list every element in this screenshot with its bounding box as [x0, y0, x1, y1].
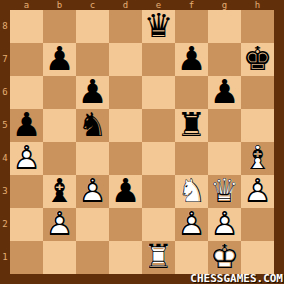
square-f3[interactable]: ♞♘	[175, 175, 208, 208]
black-king: ♚	[241, 43, 274, 76]
white-queen: ♛♕	[208, 175, 241, 208]
square-c6[interactable]: ♟	[76, 76, 109, 109]
square-d4[interactable]	[109, 142, 142, 175]
square-e1[interactable]: ♜♖	[142, 241, 175, 274]
chessboard-frame: a b c d e f g h 8 7 6 5 4 3 2 1 ♛♟♟♚♟♟♟♞…	[0, 0, 284, 284]
square-d2[interactable]	[109, 208, 142, 241]
square-c5[interactable]: ♞	[76, 109, 109, 142]
black-pawn: ♟	[10, 109, 43, 142]
square-g1[interactable]: ♚♔	[208, 241, 241, 274]
black-pawn: ♟	[43, 43, 76, 76]
white-pawn: ♟♙	[10, 142, 43, 175]
square-h6[interactable]	[241, 76, 274, 109]
square-g2[interactable]: ♟♙	[208, 208, 241, 241]
chess-board: ♛♟♟♚♟♟♟♞♜♟♙♝♗♝♟♙♟♞♘♛♕♟♙♟♙♟♙♟♙♜♖♚♔	[10, 10, 274, 274]
square-a6[interactable]	[10, 76, 43, 109]
square-f6[interactable]	[175, 76, 208, 109]
square-c7[interactable]	[76, 43, 109, 76]
square-h7[interactable]: ♚	[241, 43, 274, 76]
square-h1[interactable]	[241, 241, 274, 274]
square-a5[interactable]: ♟	[10, 109, 43, 142]
square-h3[interactable]: ♟♙	[241, 175, 274, 208]
square-h4[interactable]: ♝♗	[241, 142, 274, 175]
square-d6[interactable]	[109, 76, 142, 109]
black-pawn: ♟	[208, 76, 241, 109]
square-c1[interactable]	[76, 241, 109, 274]
square-g3[interactable]: ♛♕	[208, 175, 241, 208]
black-rook: ♜	[175, 109, 208, 142]
rank-label-1: 1	[0, 241, 10, 274]
square-c2[interactable]	[76, 208, 109, 241]
square-a1[interactable]	[10, 241, 43, 274]
square-e7[interactable]	[142, 43, 175, 76]
square-b5[interactable]	[43, 109, 76, 142]
square-b8[interactable]	[43, 10, 76, 43]
white-bishop: ♝♗	[241, 142, 274, 175]
white-knight: ♞♘	[175, 175, 208, 208]
square-b7[interactable]: ♟	[43, 43, 76, 76]
square-b6[interactable]	[43, 76, 76, 109]
square-d5[interactable]	[109, 109, 142, 142]
square-g6[interactable]: ♟	[208, 76, 241, 109]
rank-label-7: 7	[0, 43, 10, 76]
square-d7[interactable]	[109, 43, 142, 76]
square-f7[interactable]: ♟	[175, 43, 208, 76]
square-f4[interactable]	[175, 142, 208, 175]
square-c4[interactable]	[76, 142, 109, 175]
square-h5[interactable]	[241, 109, 274, 142]
rank-label-5: 5	[0, 109, 10, 142]
square-e8[interactable]: ♛	[142, 10, 175, 43]
rank-label-6: 6	[0, 76, 10, 109]
square-f2[interactable]: ♟♙	[175, 208, 208, 241]
square-h2[interactable]	[241, 208, 274, 241]
rank-labels: 8 7 6 5 4 3 2 1	[0, 10, 10, 274]
black-pawn: ♟	[76, 76, 109, 109]
square-e4[interactable]	[142, 142, 175, 175]
white-pawn: ♟♙	[76, 175, 109, 208]
rank-label-3: 3	[0, 175, 10, 208]
white-king: ♚♔	[208, 241, 241, 274]
square-f5[interactable]: ♜	[175, 109, 208, 142]
square-b4[interactable]	[43, 142, 76, 175]
white-pawn: ♟♙	[208, 208, 241, 241]
square-a3[interactable]	[10, 175, 43, 208]
rank-label-2: 2	[0, 208, 10, 241]
square-e6[interactable]	[142, 76, 175, 109]
square-e2[interactable]	[142, 208, 175, 241]
black-knight: ♞	[76, 109, 109, 142]
white-pawn: ♟♙	[43, 208, 76, 241]
square-g8[interactable]	[208, 10, 241, 43]
white-pawn: ♟♙	[241, 175, 274, 208]
square-a7[interactable]	[10, 43, 43, 76]
square-c8[interactable]	[76, 10, 109, 43]
square-f1[interactable]	[175, 241, 208, 274]
square-g4[interactable]	[208, 142, 241, 175]
square-a4[interactable]: ♟♙	[10, 142, 43, 175]
black-bishop: ♝	[43, 175, 76, 208]
square-g5[interactable]	[208, 109, 241, 142]
white-pawn: ♟♙	[175, 208, 208, 241]
square-h8[interactable]	[241, 10, 274, 43]
square-e5[interactable]	[142, 109, 175, 142]
square-g7[interactable]	[208, 43, 241, 76]
square-b1[interactable]	[43, 241, 76, 274]
square-e3[interactable]	[142, 175, 175, 208]
square-a2[interactable]	[10, 208, 43, 241]
black-pawn: ♟	[109, 175, 142, 208]
square-d8[interactable]	[109, 10, 142, 43]
black-queen: ♛	[142, 10, 175, 43]
rank-label-4: 4	[0, 142, 10, 175]
square-c3[interactable]: ♟♙	[76, 175, 109, 208]
chessgames-watermark: CHESSGAMES.COM	[190, 274, 283, 284]
square-b2[interactable]: ♟♙	[43, 208, 76, 241]
square-b3[interactable]: ♝	[43, 175, 76, 208]
square-d1[interactable]	[109, 241, 142, 274]
file-labels: a b c d e f g h	[10, 0, 274, 10]
square-f8[interactable]	[175, 10, 208, 43]
rank-label-8: 8	[0, 10, 10, 43]
white-rook: ♜♖	[142, 241, 175, 274]
square-a8[interactable]	[10, 10, 43, 43]
square-d3[interactable]: ♟	[109, 175, 142, 208]
black-pawn: ♟	[175, 43, 208, 76]
